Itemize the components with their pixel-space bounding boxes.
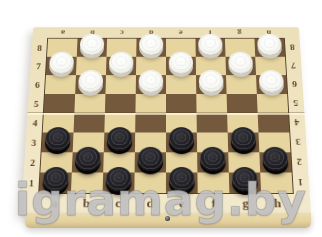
square-a5 bbox=[44, 94, 75, 113]
product-photo-background: abcdefgh 87654321 87654321 abcdefgh igra… bbox=[0, 0, 322, 237]
bottom-file-label-c: c bbox=[102, 193, 134, 214]
checkers-board: abcdefgh 87654321 87654321 abcdefgh bbox=[21, 27, 311, 214]
bottom-file-label-h: h bbox=[261, 193, 294, 214]
left-rank-label-5: 5 bbox=[28, 94, 45, 113]
square-d5 bbox=[135, 94, 166, 113]
white-man-h8 bbox=[257, 34, 282, 55]
square-e6 bbox=[166, 75, 196, 94]
white-man-h6 bbox=[259, 70, 285, 92]
top-file-label-a: a bbox=[48, 27, 78, 38]
square-g6 bbox=[226, 75, 257, 94]
top-file-label-e: e bbox=[166, 27, 195, 38]
play-area bbox=[39, 39, 293, 193]
right-rank-label-7: 7 bbox=[285, 57, 302, 75]
right-rank-label-5: 5 bbox=[287, 94, 304, 113]
top-file-label-c: c bbox=[107, 27, 137, 38]
square-e5 bbox=[166, 94, 197, 113]
right-rank-label-6: 6 bbox=[286, 75, 303, 94]
square-f5 bbox=[196, 94, 227, 113]
left-rank-label-1: 1 bbox=[22, 172, 40, 193]
left-rank-label-6: 6 bbox=[29, 75, 46, 94]
square-c6 bbox=[105, 75, 136, 94]
black-man-h2 bbox=[262, 147, 289, 171]
clasp-screw bbox=[165, 216, 170, 221]
bottom-file-label-b: b bbox=[70, 193, 103, 214]
square-b4 bbox=[74, 113, 105, 132]
right-rank-label-2: 2 bbox=[290, 152, 308, 172]
white-man-f8 bbox=[198, 34, 222, 55]
white-man-g7 bbox=[228, 52, 253, 74]
square-d1 bbox=[134, 172, 166, 193]
left-rank-label-7: 7 bbox=[30, 57, 47, 75]
board-perspective-wrapper: abcdefgh 87654321 87654321 abcdefgh bbox=[21, 27, 311, 214]
black-man-g3 bbox=[230, 127, 256, 150]
right-rank-label-3: 3 bbox=[289, 132, 307, 152]
white-man-f6 bbox=[199, 70, 224, 92]
bottom-file-label-f: f bbox=[198, 193, 230, 214]
right-rank-label-8: 8 bbox=[284, 39, 301, 57]
square-h4 bbox=[258, 113, 290, 132]
square-h1 bbox=[260, 172, 293, 193]
right-rank-label-1: 1 bbox=[292, 172, 310, 193]
square-f4 bbox=[197, 113, 228, 132]
white-man-d8 bbox=[139, 34, 163, 55]
bottom-file-label-a: a bbox=[38, 193, 71, 214]
left-rank-label-4: 4 bbox=[26, 113, 43, 132]
square-b1 bbox=[71, 172, 103, 193]
bottom-file-label-e: e bbox=[166, 193, 198, 214]
square-h5 bbox=[257, 94, 288, 113]
black-man-e3 bbox=[169, 127, 194, 150]
right-rank-label-4: 4 bbox=[288, 113, 305, 132]
black-man-f2 bbox=[200, 147, 226, 171]
white-man-e7 bbox=[169, 52, 193, 74]
square-c5 bbox=[105, 94, 136, 113]
square-f1 bbox=[197, 172, 229, 193]
black-man-e1 bbox=[169, 167, 195, 191]
board-box-side bbox=[25, 213, 311, 228]
square-g5 bbox=[227, 94, 258, 113]
black-man-d2 bbox=[138, 147, 164, 171]
bottom-file-label-g: g bbox=[229, 193, 262, 214]
bottom-file-label-d: d bbox=[134, 193, 166, 214]
square-d4 bbox=[135, 113, 166, 132]
black-man-g1 bbox=[232, 167, 258, 191]
square-a6 bbox=[45, 75, 76, 94]
top-file-label-g: g bbox=[225, 27, 255, 38]
left-rank-label-3: 3 bbox=[25, 132, 43, 152]
left-rank-label-2: 2 bbox=[24, 152, 42, 172]
left-rank-label-8: 8 bbox=[31, 39, 48, 57]
square-b5 bbox=[74, 94, 105, 113]
bottom-file-labels: abcdefgh bbox=[38, 193, 294, 214]
white-man-d6 bbox=[139, 70, 164, 92]
